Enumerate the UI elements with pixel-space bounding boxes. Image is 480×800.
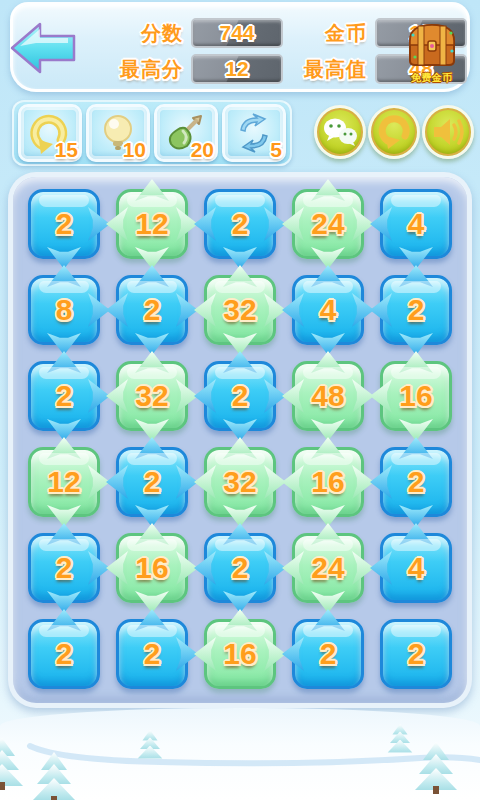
tile-number: 24 [295, 536, 361, 600]
tile-r2c5[interactable]: 2 [380, 275, 452, 345]
restart-button[interactable] [368, 105, 420, 159]
tile-r5c4[interactable]: 24 [292, 533, 364, 603]
tile-r3c1[interactable]: 2 [28, 361, 100, 431]
tile-r2c2[interactable]: 2 [116, 275, 188, 345]
snow-ground [0, 708, 480, 800]
tile-r5c3[interactable]: 2 [204, 533, 276, 603]
tile-number: 2 [119, 622, 185, 686]
back-button[interactable] [6, 16, 82, 80]
best-score-box: 12 [191, 54, 283, 84]
tile-number: 48 [295, 364, 361, 428]
tile-r3c4[interactable]: 48 [292, 361, 364, 431]
tile-number: 16 [207, 622, 273, 686]
tile-number: 12 [119, 192, 185, 256]
shovel-count: 20 [191, 139, 214, 160]
wechat-share-button[interactable] [314, 105, 366, 159]
tile-number: 2 [207, 364, 273, 428]
powerup-hint-button[interactable]: 10 [86, 104, 150, 162]
tile-number: 2 [31, 192, 97, 256]
powerup-shovel-button[interactable]: 20 [154, 104, 218, 162]
tile-r5c5[interactable]: 4 [380, 533, 452, 603]
tile-number: 2 [383, 450, 449, 514]
best-score-value: 12 [225, 57, 248, 81]
score-label: 分数 [105, 20, 183, 47]
free-coins-chest-button[interactable]: 免费金币 [403, 21, 461, 87]
tile-r1c5[interactable]: 4 [380, 189, 452, 259]
swap-count: 5 [270, 139, 282, 160]
tile-number: 2 [31, 364, 97, 428]
tile-number: 16 [383, 364, 449, 428]
tile-number: 16 [119, 536, 185, 600]
tile-r4c1[interactable]: 12 [28, 447, 100, 517]
tile-number: 2 [31, 622, 97, 686]
tile-number: 2 [119, 450, 185, 514]
game-board[interactable]: 2122244823242232248161223216221622442216… [8, 172, 472, 708]
snow-drift-line [0, 742, 480, 772]
tile-r1c2[interactable]: 12 [116, 189, 188, 259]
tile-number: 2 [295, 622, 361, 686]
tile-number: 32 [119, 364, 185, 428]
tile-number: 4 [295, 278, 361, 342]
free-coins-label: 免费金币 [403, 71, 461, 85]
powerup-undo-button[interactable]: 15 [18, 104, 82, 162]
tile-r4c4[interactable]: 16 [292, 447, 364, 517]
tile-r3c3[interactable]: 2 [204, 361, 276, 431]
coins-label: 金币 [291, 20, 367, 47]
hint-count: 10 [123, 139, 146, 160]
tile-number: 32 [207, 450, 273, 514]
tile-number: 2 [383, 278, 449, 342]
tile-r2c4[interactable]: 4 [292, 275, 364, 345]
score-value: 744 [219, 21, 254, 45]
score-box: 744 [191, 18, 283, 48]
tile-r1c4[interactable]: 24 [292, 189, 364, 259]
tile-number: 24 [295, 192, 361, 256]
best-score-label: 最高分 [105, 56, 183, 83]
tile-r5c1[interactable]: 2 [28, 533, 100, 603]
tile-number: 2 [31, 536, 97, 600]
tile-r4c3[interactable]: 32 [204, 447, 276, 517]
tile-r4c2[interactable]: 2 [116, 447, 188, 517]
tile-r6c2[interactable]: 2 [116, 619, 188, 689]
tile-r3c2[interactable]: 32 [116, 361, 188, 431]
tile-r6c1[interactable]: 2 [28, 619, 100, 689]
tile-r1c1[interactable]: 2 [28, 189, 100, 259]
tile-number: 4 [383, 192, 449, 256]
best-value-label: 最高值 [291, 56, 367, 83]
tile-r6c4[interactable]: 2 [292, 619, 364, 689]
tile-number: 16 [295, 450, 361, 514]
treasure-chest-icon [405, 53, 459, 70]
undo-count: 15 [55, 139, 78, 160]
tile-number: 2 [383, 622, 449, 686]
powerup-panel: 15 10 20 [12, 100, 292, 166]
board-grid: 2122244823242232248161223216221622442216… [28, 189, 452, 689]
tile-number: 32 [207, 278, 273, 342]
tile-r2c1[interactable]: 8 [28, 275, 100, 345]
sound-button[interactable] [422, 105, 474, 159]
tile-number: 4 [383, 536, 449, 600]
tile-number: 12 [31, 450, 97, 514]
tile-r5c2[interactable]: 16 [116, 533, 188, 603]
tile-r3c5[interactable]: 16 [380, 361, 452, 431]
back-arrow-icon [6, 16, 82, 80]
stats-grid: 分数 744 金币 15 最高分 12 最高值 48 [105, 17, 431, 89]
tile-r2c3[interactable]: 32 [204, 275, 276, 345]
tile-r6c5[interactable]: 2 [380, 619, 452, 689]
tile-number: 2 [119, 278, 185, 342]
tile-r1c3[interactable]: 2 [204, 189, 276, 259]
tile-r4c5[interactable]: 2 [380, 447, 452, 517]
tile-number: 2 [207, 192, 273, 256]
tile-number: 2 [207, 536, 273, 600]
tile-number: 8 [31, 278, 97, 342]
tile-r6c3[interactable]: 16 [204, 619, 276, 689]
powerup-swap-button[interactable]: 5 [222, 104, 286, 162]
round-buttons-row [314, 103, 474, 161]
